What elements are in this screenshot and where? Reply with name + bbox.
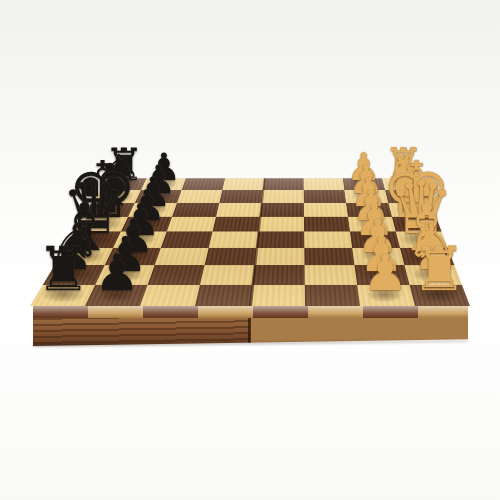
square-h3[interactable]: [304, 178, 345, 190]
black-rook-a8[interactable]: ♜: [36, 239, 90, 299]
square-g5[interactable]: [219, 190, 263, 203]
square-c6[interactable]: [155, 248, 209, 266]
piece-glyph: ♜: [412, 239, 466, 299]
square-h5[interactable]: [222, 178, 264, 190]
square-a4[interactable]: [250, 285, 305, 306]
square-b5[interactable]: [200, 265, 255, 284]
square-a3[interactable]: [305, 285, 360, 306]
square-c5[interactable]: [205, 248, 257, 266]
square-h4[interactable]: [263, 178, 304, 190]
board-front-edge: [33, 306, 468, 318]
square-d3[interactable]: [304, 231, 352, 247]
square-d6[interactable]: [161, 231, 213, 247]
square-e3[interactable]: [304, 217, 350, 232]
product-photo-background: ♜♟♟♜♞♟♟♞♝♟♟♝♚♟♟♚♛♟♟♛♝♟♟♝♞♟♟♞♜♟♟♜: [0, 0, 500, 500]
square-g6[interactable]: [177, 190, 222, 203]
square-d4[interactable]: [257, 231, 305, 247]
square-e5[interactable]: [213, 217, 260, 232]
square-e6[interactable]: [167, 217, 216, 232]
white-rook-a1[interactable]: ♜: [412, 239, 466, 299]
piece-glyph: ♟: [363, 248, 408, 299]
piece-glyph: ♜: [36, 239, 90, 299]
piece-glyph: ♟: [94, 248, 139, 299]
square-a6[interactable]: [140, 285, 200, 306]
square-b4[interactable]: [252, 265, 304, 284]
square-f5[interactable]: [216, 203, 261, 217]
square-b6[interactable]: [148, 265, 205, 284]
square-a5[interactable]: [195, 285, 252, 306]
square-g4[interactable]: [262, 190, 304, 203]
square-f4[interactable]: [260, 203, 304, 217]
square-e4[interactable]: [258, 217, 304, 232]
square-g3[interactable]: [304, 190, 346, 203]
square-h6[interactable]: [182, 178, 225, 190]
black-pawn-a7[interactable]: ♟: [94, 248, 139, 299]
square-c3[interactable]: [304, 248, 354, 266]
white-pawn-a2[interactable]: ♟: [363, 248, 408, 299]
square-f6[interactable]: [172, 203, 219, 217]
square-d5[interactable]: [209, 231, 259, 247]
square-c4[interactable]: [255, 248, 305, 266]
square-b3[interactable]: [305, 265, 358, 284]
square-f3[interactable]: [304, 203, 348, 217]
